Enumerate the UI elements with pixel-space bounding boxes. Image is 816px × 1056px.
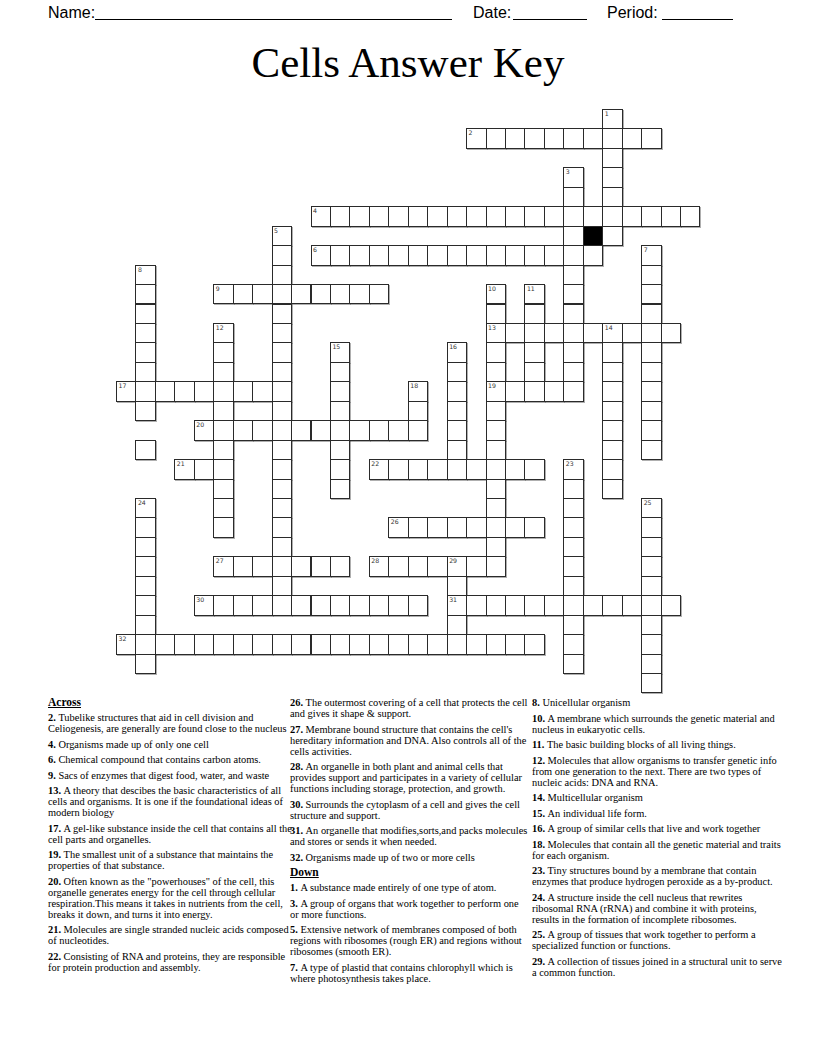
- grid-cell[interactable]: [330, 362, 350, 382]
- grid-cell[interactable]: [680, 206, 700, 226]
- grid-cell[interactable]: [272, 556, 292, 576]
- cell-number: 15: [332, 343, 340, 350]
- grid-cell[interactable]: [427, 517, 447, 537]
- grid-cell[interactable]: [486, 537, 506, 557]
- grid-cell[interactable]: [466, 245, 486, 265]
- grid-cell[interactable]: [447, 615, 467, 635]
- grid-cell[interactable]: [544, 245, 564, 265]
- grid-cell[interactable]: [213, 440, 233, 460]
- grid-cell[interactable]: [388, 420, 408, 440]
- grid-cell[interactable]: [505, 634, 525, 654]
- grid-cell[interactable]: 7: [641, 245, 661, 265]
- grid-cell[interactable]: [272, 304, 292, 324]
- grid-cell[interactable]: [563, 498, 583, 518]
- grid-cell[interactable]: [330, 381, 350, 401]
- grid-cell[interactable]: [486, 595, 506, 615]
- grid-cell[interactable]: [505, 459, 525, 479]
- grid-cell[interactable]: [272, 420, 292, 440]
- grid-cell[interactable]: [641, 517, 661, 537]
- grid-cell[interactable]: [563, 537, 583, 557]
- grid-cell[interactable]: 30: [194, 595, 214, 615]
- grid-cell[interactable]: [408, 245, 428, 265]
- grid-cell[interactable]: [349, 284, 369, 304]
- grid-cell[interactable]: [233, 381, 253, 401]
- grid-cell[interactable]: [369, 420, 389, 440]
- grid-cell[interactable]: [135, 615, 155, 635]
- grid-cell[interactable]: [427, 206, 447, 226]
- grid-cell[interactable]: [486, 479, 506, 499]
- grid-cell[interactable]: [291, 634, 311, 654]
- grid-cell[interactable]: [291, 420, 311, 440]
- grid-cell[interactable]: [427, 556, 447, 576]
- grid-cell[interactable]: [213, 459, 233, 479]
- grid-cell[interactable]: [408, 206, 428, 226]
- grid-cell[interactable]: 14: [602, 323, 622, 343]
- grid-cell[interactable]: [194, 634, 214, 654]
- grid-cell[interactable]: [583, 206, 603, 226]
- grid-cell[interactable]: [524, 323, 544, 343]
- grid-cell[interactable]: [486, 440, 506, 460]
- grid-cell[interactable]: [524, 362, 544, 382]
- grid-cell[interactable]: [447, 517, 467, 537]
- grid-cell[interactable]: [135, 556, 155, 576]
- grid-cell[interactable]: [641, 440, 661, 460]
- grid-cell[interactable]: [272, 634, 292, 654]
- grid-cell[interactable]: [641, 401, 661, 421]
- worksheet-page: Name: Date: Period: Cells Answer Key 123…: [0, 0, 816, 1056]
- grid-cell[interactable]: [408, 556, 428, 576]
- grid-cell[interactable]: [563, 556, 583, 576]
- grid-cell[interactable]: [583, 128, 603, 148]
- grid-cell[interactable]: 11: [524, 284, 544, 304]
- grid-cell[interactable]: [583, 595, 603, 615]
- grid-cell[interactable]: [252, 420, 272, 440]
- grid-cell[interactable]: [272, 459, 292, 479]
- grid-cell[interactable]: 24: [135, 498, 155, 518]
- grid-cell[interactable]: [369, 284, 389, 304]
- grid-cell[interactable]: [583, 323, 603, 343]
- grid-cell[interactable]: [272, 362, 292, 382]
- grid-cell[interactable]: [135, 381, 155, 401]
- grid-cell[interactable]: [408, 420, 428, 440]
- grid-cell[interactable]: [524, 304, 544, 324]
- grid-cell[interactable]: [213, 498, 233, 518]
- grid-cell[interactable]: [369, 245, 389, 265]
- grid-cell[interactable]: [330, 284, 350, 304]
- grid-cell[interactable]: [311, 634, 331, 654]
- grid-cell[interactable]: [135, 342, 155, 362]
- grid-cell[interactable]: [466, 459, 486, 479]
- grid-cell[interactable]: [602, 167, 622, 187]
- grid-cell[interactable]: [563, 517, 583, 537]
- grid-cell[interactable]: [661, 595, 681, 615]
- grid-cell[interactable]: [272, 440, 292, 460]
- grid-cell[interactable]: [135, 362, 155, 382]
- grid-cell[interactable]: [524, 381, 544, 401]
- grid-cell[interactable]: [194, 459, 214, 479]
- grid-cell[interactable]: [272, 284, 292, 304]
- grid-cell[interactable]: [291, 556, 311, 576]
- grid-cell[interactable]: 12: [213, 323, 233, 343]
- grid-cell[interactable]: [622, 595, 642, 615]
- grid-cell[interactable]: [447, 440, 467, 460]
- grid-cell[interactable]: [641, 128, 661, 148]
- grid-cell[interactable]: [388, 245, 408, 265]
- grid-cell[interactable]: [661, 206, 681, 226]
- grid-cell[interactable]: [486, 498, 506, 518]
- grid-cell[interactable]: [622, 323, 642, 343]
- grid-cell[interactable]: [641, 265, 661, 285]
- grid-cell[interactable]: [349, 634, 369, 654]
- grid-cell[interactable]: [563, 634, 583, 654]
- grid-cell[interactable]: [602, 401, 622, 421]
- grid-cell[interactable]: 9: [213, 284, 233, 304]
- grid-cell[interactable]: [486, 459, 506, 479]
- grid-cell[interactable]: [505, 128, 525, 148]
- grid-cell[interactable]: 18: [408, 381, 428, 401]
- grid-cell[interactable]: 19: [486, 381, 506, 401]
- grid-cell[interactable]: [291, 284, 311, 304]
- grid-cell[interactable]: [174, 634, 194, 654]
- grid-cell[interactable]: [135, 634, 155, 654]
- grid-cell[interactable]: 8: [135, 265, 155, 285]
- grid-cell[interactable]: [213, 634, 233, 654]
- grid-cell[interactable]: 25: [641, 498, 661, 518]
- grid-cell[interactable]: [602, 381, 622, 401]
- grid-cell[interactable]: [135, 323, 155, 343]
- grid-cell[interactable]: [524, 342, 544, 362]
- grid-cell[interactable]: [505, 323, 525, 343]
- grid-cell[interactable]: [388, 634, 408, 654]
- grid-cell[interactable]: [213, 401, 233, 421]
- grid-cell[interactable]: [602, 187, 622, 207]
- grid-cell[interactable]: [427, 245, 447, 265]
- grid-cell[interactable]: [641, 323, 661, 343]
- grid-cell[interactable]: [233, 556, 253, 576]
- grid-cell[interactable]: [388, 206, 408, 226]
- grid-cell[interactable]: [641, 673, 661, 693]
- grid-cell[interactable]: [447, 576, 467, 596]
- grid-cell[interactable]: [641, 595, 661, 615]
- grid-cell[interactable]: [135, 654, 155, 674]
- grid-cell[interactable]: [563, 381, 583, 401]
- grid-cell[interactable]: 21: [174, 459, 194, 479]
- grid-cell[interactable]: [272, 595, 292, 615]
- grid-cell[interactable]: [563, 226, 583, 246]
- grid-cell[interactable]: 15: [330, 342, 350, 362]
- grid-cell[interactable]: [524, 595, 544, 615]
- grid-cell[interactable]: [272, 479, 292, 499]
- grid-cell[interactable]: 23: [563, 459, 583, 479]
- grid-cell[interactable]: [563, 128, 583, 148]
- grid-cell[interactable]: [135, 576, 155, 596]
- grid-cell[interactable]: [602, 595, 622, 615]
- grid-cell[interactable]: [135, 517, 155, 537]
- grid-cell[interactable]: [330, 479, 350, 499]
- grid-cell[interactable]: 31: [447, 595, 467, 615]
- grid-cell[interactable]: [466, 206, 486, 226]
- grid-cell[interactable]: [486, 245, 506, 265]
- cell-number: 16: [449, 343, 457, 350]
- grid-cell[interactable]: [213, 420, 233, 440]
- grid-cell[interactable]: [486, 304, 506, 324]
- grid-cell[interactable]: [602, 206, 622, 226]
- grid-cell[interactable]: [408, 634, 428, 654]
- grid-cell[interactable]: [272, 498, 292, 518]
- grid-cell[interactable]: [311, 595, 331, 615]
- clue-number: 27.: [290, 724, 306, 735]
- grid-cell[interactable]: 27: [213, 556, 233, 576]
- grid-cell[interactable]: [311, 420, 331, 440]
- grid-cell[interactable]: [602, 479, 622, 499]
- grid-cell[interactable]: [349, 206, 369, 226]
- grid-cell[interactable]: [369, 634, 389, 654]
- grid-cell[interactable]: [213, 479, 233, 499]
- grid-cell[interactable]: [641, 342, 661, 362]
- grid-cell[interactable]: [641, 615, 661, 635]
- grid-cell[interactable]: 26: [388, 517, 408, 537]
- grid-cell[interactable]: [272, 517, 292, 537]
- clue-number: 15.: [532, 808, 548, 819]
- grid-cell[interactable]: 10: [486, 284, 506, 304]
- grid-cell[interactable]: [213, 595, 233, 615]
- grid-cell[interactable]: [641, 381, 661, 401]
- grid-cell[interactable]: [252, 634, 272, 654]
- grid-cell[interactable]: [252, 284, 272, 304]
- grid-cell[interactable]: [486, 556, 506, 576]
- grid-cell[interactable]: 4: [311, 206, 331, 226]
- grid-cell[interactable]: [135, 401, 155, 421]
- grid-cell[interactable]: [641, 576, 661, 596]
- grid-cell[interactable]: [233, 634, 253, 654]
- grid-cell[interactable]: [330, 401, 350, 421]
- cell-number: 26: [391, 518, 399, 525]
- clue: 13. A theory that descibes the basic cha…: [48, 785, 293, 818]
- grid-cell[interactable]: [486, 420, 506, 440]
- grid-cell[interactable]: [505, 517, 525, 537]
- grid-cell[interactable]: [641, 284, 661, 304]
- grid-cell[interactable]: [155, 634, 175, 654]
- grid-cell[interactable]: [427, 459, 447, 479]
- grid-cell[interactable]: [272, 537, 292, 557]
- grid-cell[interactable]: [447, 459, 467, 479]
- grid-cell[interactable]: 16: [447, 342, 467, 362]
- grid-cell[interactable]: 3: [563, 167, 583, 187]
- grid-cell[interactable]: [544, 323, 564, 343]
- grid-cell[interactable]: [408, 595, 428, 615]
- grid-cell[interactable]: [641, 654, 661, 674]
- grid-cell[interactable]: [213, 517, 233, 537]
- grid-cell[interactable]: 1: [602, 109, 622, 129]
- grid-cell[interactable]: [408, 459, 428, 479]
- grid-cell[interactable]: [602, 128, 622, 148]
- grid-cell[interactable]: [505, 206, 525, 226]
- grid-cell[interactable]: [349, 420, 369, 440]
- grid-cell[interactable]: [447, 206, 467, 226]
- grid-cell[interactable]: [330, 556, 350, 576]
- grid-cell[interactable]: [272, 576, 292, 596]
- grid-cell[interactable]: 2: [466, 128, 486, 148]
- grid-cell[interactable]: [641, 556, 661, 576]
- grid-cell[interactable]: [544, 206, 564, 226]
- grid-cell[interactable]: [330, 459, 350, 479]
- grid-cell[interactable]: [602, 420, 622, 440]
- clue-number: 17.: [48, 823, 64, 834]
- grid-cell[interactable]: [272, 265, 292, 285]
- grid-cell[interactable]: [311, 284, 331, 304]
- grid-cell[interactable]: [563, 479, 583, 499]
- grid-cell[interactable]: 28: [369, 556, 389, 576]
- grid-cell[interactable]: [602, 440, 622, 460]
- grid-cell[interactable]: [272, 245, 292, 265]
- grid-cell[interactable]: [524, 206, 544, 226]
- grid-cell[interactable]: [311, 556, 331, 576]
- grid-cell[interactable]: [155, 381, 175, 401]
- grid-cell[interactable]: [641, 362, 661, 382]
- grid-cell[interactable]: [486, 342, 506, 362]
- grid-cell[interactable]: [466, 595, 486, 615]
- grid-cell[interactable]: [563, 362, 583, 382]
- grid-cell[interactable]: [447, 362, 467, 382]
- grid-cell[interactable]: [252, 381, 272, 401]
- grid-cell[interactable]: 13: [486, 323, 506, 343]
- grid-cell[interactable]: [427, 634, 447, 654]
- grid-cell[interactable]: [272, 381, 292, 401]
- grid-cell[interactable]: 5: [272, 226, 292, 246]
- grid-cell[interactable]: [505, 381, 525, 401]
- grid-cell[interactable]: [233, 595, 253, 615]
- grid-cell[interactable]: [486, 362, 506, 382]
- grid-cell[interactable]: [602, 148, 622, 168]
- grid-cell[interactable]: [563, 654, 583, 674]
- grid-cell[interactable]: [524, 459, 544, 479]
- grid-cell[interactable]: [602, 226, 622, 246]
- grid-cell[interactable]: [447, 245, 467, 265]
- grid-cell[interactable]: [505, 245, 525, 265]
- grid-cell[interactable]: [135, 537, 155, 557]
- grid-cell[interactable]: [194, 381, 214, 401]
- grid-cell[interactable]: [272, 323, 292, 343]
- grid-cell[interactable]: [563, 342, 583, 362]
- grid-cell[interactable]: [622, 206, 642, 226]
- grid-cell[interactable]: [135, 304, 155, 324]
- grid-cell[interactable]: [524, 634, 544, 654]
- grid-cell[interactable]: [233, 420, 253, 440]
- grid-cell[interactable]: [563, 206, 583, 226]
- grid-cell[interactable]: [135, 595, 155, 615]
- grid-cell[interactable]: [330, 206, 350, 226]
- grid-cell[interactable]: [408, 401, 428, 421]
- grid-cell[interactable]: [135, 284, 155, 304]
- grid-cell[interactable]: [641, 304, 661, 324]
- grid-cell[interactable]: [330, 440, 350, 460]
- grid-cell[interactable]: [213, 342, 233, 362]
- grid-cell[interactable]: [563, 323, 583, 343]
- grid-cell[interactable]: [641, 206, 661, 226]
- grid-cell[interactable]: 22: [369, 459, 389, 479]
- grid-cell[interactable]: [524, 128, 544, 148]
- grid-cell[interactable]: [563, 576, 583, 596]
- grid-cell[interactable]: [233, 284, 253, 304]
- grid-cell[interactable]: [252, 556, 272, 576]
- grid-cell[interactable]: [641, 420, 661, 440]
- grid-cell[interactable]: [563, 304, 583, 324]
- grid-cell[interactable]: 32: [116, 634, 136, 654]
- grid-cell[interactable]: [563, 265, 583, 285]
- grid-cell[interactable]: [330, 420, 350, 440]
- grid-cell[interactable]: [252, 595, 272, 615]
- grid-cell[interactable]: 20: [194, 420, 214, 440]
- grid-cell[interactable]: [388, 459, 408, 479]
- grid-cell[interactable]: [544, 381, 564, 401]
- grid-cell[interactable]: [544, 128, 564, 148]
- grid-cell[interactable]: [486, 517, 506, 537]
- grid-cell[interactable]: [563, 284, 583, 304]
- grid-cell[interactable]: [466, 556, 486, 576]
- grid-cell[interactable]: [563, 245, 583, 265]
- grid-cell[interactable]: [486, 128, 506, 148]
- grid-cell[interactable]: [486, 634, 506, 654]
- grid-cell[interactable]: [369, 595, 389, 615]
- grid-cell[interactable]: [272, 401, 292, 421]
- grid-cell[interactable]: [349, 595, 369, 615]
- grid-cell[interactable]: [661, 323, 681, 343]
- grid-cell[interactable]: 29: [447, 556, 467, 576]
- grid-cell[interactable]: [330, 634, 350, 654]
- clue-number: 14.: [532, 792, 548, 803]
- grid-cell[interactable]: [466, 634, 486, 654]
- grid-cell[interactable]: [486, 401, 506, 421]
- grid-cell[interactable]: [408, 517, 428, 537]
- clue-number: 3.: [290, 898, 300, 909]
- grid-cell[interactable]: [213, 362, 233, 382]
- grid-cell[interactable]: [524, 517, 544, 537]
- grid-cell[interactable]: [602, 459, 622, 479]
- grid-cell[interactable]: [369, 206, 389, 226]
- grid-cell[interactable]: [349, 245, 369, 265]
- grid-cell[interactable]: [330, 245, 350, 265]
- grid-cell[interactable]: [505, 595, 525, 615]
- grid-cell[interactable]: [330, 595, 350, 615]
- grid-cell[interactable]: [602, 362, 622, 382]
- grid-cell[interactable]: 17: [116, 381, 136, 401]
- grid-cell[interactable]: [602, 342, 622, 362]
- grid-cell[interactable]: [622, 128, 642, 148]
- grid-cell[interactable]: [583, 245, 603, 265]
- grid-cell[interactable]: [486, 206, 506, 226]
- grid-cell[interactable]: [447, 634, 467, 654]
- grid-cell[interactable]: [174, 381, 194, 401]
- grid-cell[interactable]: [447, 381, 467, 401]
- grid-cell[interactable]: [641, 537, 661, 557]
- grid-cell[interactable]: [563, 615, 583, 635]
- grid-cell[interactable]: [388, 556, 408, 576]
- grid-cell[interactable]: [544, 595, 564, 615]
- grid-cell[interactable]: [213, 381, 233, 401]
- grid-cell[interactable]: [466, 517, 486, 537]
- grid-cell[interactable]: [272, 342, 292, 362]
- grid-cell[interactable]: [563, 187, 583, 207]
- grid-cell[interactable]: [563, 595, 583, 615]
- grid-cell[interactable]: [641, 634, 661, 654]
- grid-cell[interactable]: [135, 440, 155, 460]
- grid-cell[interactable]: [291, 595, 311, 615]
- grid-cell[interactable]: [388, 595, 408, 615]
- grid-cell[interactable]: [447, 420, 467, 440]
- grid-cell[interactable]: [524, 245, 544, 265]
- grid-cell[interactable]: 6: [311, 245, 331, 265]
- grid-cell[interactable]: [447, 401, 467, 421]
